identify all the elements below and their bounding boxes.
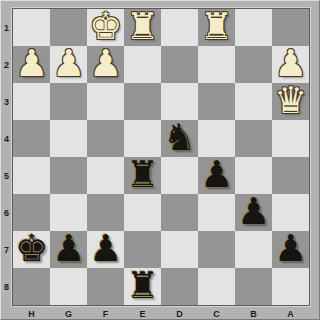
square-f2[interactable]: ♟ <box>87 46 124 83</box>
square-d2[interactable] <box>161 46 198 83</box>
square-e8[interactable]: ♜ <box>124 268 161 305</box>
square-g8[interactable] <box>50 268 87 305</box>
square-h2[interactable]: ♟ <box>13 46 50 83</box>
rank-label-7: 7 <box>1 231 12 268</box>
file-label-h: H <box>13 307 50 320</box>
square-b6[interactable]: ♟ <box>235 194 272 231</box>
rank-label-2: 2 <box>1 46 12 83</box>
square-h5[interactable] <box>13 157 50 194</box>
square-d5[interactable] <box>161 157 198 194</box>
file-label-d: D <box>161 307 198 320</box>
square-d4[interactable]: ♞ <box>161 120 198 157</box>
square-e4[interactable] <box>124 120 161 157</box>
file-label-g: G <box>50 307 87 320</box>
rank-labels: 12345678 <box>1 9 12 305</box>
black-rook-e8: ♜ <box>126 267 159 304</box>
white-rook-c1: ♜ <box>200 8 233 45</box>
rank-label-3: 3 <box>1 83 12 120</box>
square-c2[interactable] <box>198 46 235 83</box>
square-a2[interactable]: ♟ <box>272 46 309 83</box>
square-b2[interactable] <box>235 46 272 83</box>
black-king-h7: ♚ <box>15 230 48 267</box>
square-f1[interactable]: ♚ <box>87 9 124 46</box>
square-d1[interactable] <box>161 9 198 46</box>
square-c5[interactable]: ♟ <box>198 157 235 194</box>
square-g4[interactable] <box>50 120 87 157</box>
file-labels: HGFEDCBA <box>13 307 309 320</box>
white-rook-e1: ♜ <box>126 8 159 45</box>
white-queen-a3: ♛ <box>274 82 307 119</box>
square-a7[interactable]: ♟ <box>272 231 309 268</box>
file-label-b: B <box>235 307 272 320</box>
square-f3[interactable] <box>87 83 124 120</box>
square-a5[interactable] <box>272 157 309 194</box>
square-d6[interactable] <box>161 194 198 231</box>
square-a8[interactable] <box>272 268 309 305</box>
file-label-e: E <box>124 307 161 320</box>
white-pawn-h2: ♟ <box>15 45 48 82</box>
file-label-a: A <box>272 307 309 320</box>
chess-diagram-frame: 12345678 ♚♜♜♟♟♟♟♛♞♜♟♟♚♟♟♟♜ HGFEDCBA <box>0 0 320 320</box>
square-b8[interactable] <box>235 268 272 305</box>
square-c6[interactable] <box>198 194 235 231</box>
square-f7[interactable]: ♟ <box>87 231 124 268</box>
square-f4[interactable] <box>87 120 124 157</box>
rank-label-8: 8 <box>1 268 12 305</box>
square-c3[interactable] <box>198 83 235 120</box>
square-g7[interactable]: ♟ <box>50 231 87 268</box>
square-c7[interactable] <box>198 231 235 268</box>
square-b5[interactable] <box>235 157 272 194</box>
square-c8[interactable] <box>198 268 235 305</box>
square-h6[interactable] <box>13 194 50 231</box>
white-pawn-g2: ♟ <box>52 45 85 82</box>
file-label-c: C <box>198 307 235 320</box>
black-pawn-b6: ♟ <box>237 193 270 230</box>
white-pawn-f2: ♟ <box>89 45 122 82</box>
square-b1[interactable] <box>235 9 272 46</box>
square-b7[interactable] <box>235 231 272 268</box>
rank-label-4: 4 <box>1 120 12 157</box>
square-g2[interactable]: ♟ <box>50 46 87 83</box>
square-c4[interactable] <box>198 120 235 157</box>
square-e7[interactable] <box>124 231 161 268</box>
square-g1[interactable] <box>50 9 87 46</box>
square-a1[interactable] <box>272 9 309 46</box>
square-h1[interactable] <box>13 9 50 46</box>
chess-board: ♚♜♜♟♟♟♟♛♞♜♟♟♚♟♟♟♜ <box>12 8 310 306</box>
square-f5[interactable] <box>87 157 124 194</box>
square-f6[interactable] <box>87 194 124 231</box>
square-h7[interactable]: ♚ <box>13 231 50 268</box>
black-rook-e5: ♜ <box>126 156 159 193</box>
square-a4[interactable] <box>272 120 309 157</box>
square-h3[interactable] <box>13 83 50 120</box>
square-b4[interactable] <box>235 120 272 157</box>
square-d8[interactable] <box>161 268 198 305</box>
square-g3[interactable] <box>50 83 87 120</box>
square-e3[interactable] <box>124 83 161 120</box>
square-e6[interactable] <box>124 194 161 231</box>
square-c1[interactable]: ♜ <box>198 9 235 46</box>
square-a6[interactable] <box>272 194 309 231</box>
white-pawn-a2: ♟ <box>274 45 307 82</box>
square-b3[interactable] <box>235 83 272 120</box>
file-label-f: F <box>87 307 124 320</box>
rank-label-6: 6 <box>1 194 12 231</box>
square-a3[interactable]: ♛ <box>272 83 309 120</box>
square-h8[interactable] <box>13 268 50 305</box>
square-e5[interactable]: ♜ <box>124 157 161 194</box>
black-pawn-a7: ♟ <box>274 230 307 267</box>
black-pawn-f7: ♟ <box>89 230 122 267</box>
square-d3[interactable] <box>161 83 198 120</box>
rank-label-5: 5 <box>1 157 12 194</box>
square-g6[interactable] <box>50 194 87 231</box>
square-f8[interactable] <box>87 268 124 305</box>
black-knight-d4: ♞ <box>163 119 196 156</box>
white-king-f1: ♚ <box>89 8 122 45</box>
square-e2[interactable] <box>124 46 161 83</box>
square-h4[interactable] <box>13 120 50 157</box>
square-d7[interactable] <box>161 231 198 268</box>
rank-label-1: 1 <box>1 9 12 46</box>
square-e1[interactable]: ♜ <box>124 9 161 46</box>
square-g5[interactable] <box>50 157 87 194</box>
black-pawn-c5: ♟ <box>200 156 233 193</box>
black-pawn-g7: ♟ <box>52 230 85 267</box>
